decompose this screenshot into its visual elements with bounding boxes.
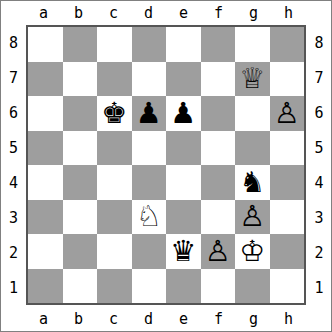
rank-label-6: 6	[306, 95, 332, 130]
square-d8[interactable]	[132, 27, 167, 62]
square-h1[interactable]	[270, 269, 305, 304]
chess-board: ♕♚♟♟♙♞♘♙♛♙♔	[26, 25, 306, 305]
square-f6[interactable]	[201, 96, 236, 131]
square-d7[interactable]	[132, 62, 167, 97]
file-label-e: e	[166, 305, 201, 332]
square-d2[interactable]	[132, 234, 167, 269]
square-f7[interactable]	[201, 62, 236, 97]
square-e7[interactable]	[166, 62, 201, 97]
square-h6[interactable]: ♙	[270, 96, 305, 131]
white-knight-d3[interactable]: ♘	[136, 202, 162, 231]
square-a1[interactable]	[28, 269, 63, 304]
white-king-g2[interactable]: ♔	[239, 237, 265, 266]
black-queen-e2[interactable]: ♛	[170, 237, 196, 266]
file-label-f: f	[201, 305, 236, 332]
rank-label-2: 2	[1, 235, 26, 270]
square-f5[interactable]	[201, 131, 236, 166]
rank-label-5: 5	[306, 130, 332, 165]
square-e1[interactable]	[166, 269, 201, 304]
black-knight-g4[interactable]: ♞	[239, 168, 265, 197]
rank-label-1: 1	[306, 270, 332, 305]
square-e6[interactable]: ♟	[166, 96, 201, 131]
rank-label-4: 4	[306, 165, 332, 200]
file-label-h: h	[271, 305, 306, 332]
square-g4[interactable]: ♞	[235, 165, 270, 200]
square-e4[interactable]	[166, 165, 201, 200]
file-label-b: b	[61, 305, 96, 332]
square-b7[interactable]	[63, 62, 98, 97]
square-h7[interactable]	[270, 62, 305, 97]
file-label-d: d	[131, 1, 166, 25]
white-pawn-h6[interactable]: ♙	[274, 99, 300, 128]
file-label-c: c	[96, 305, 131, 332]
square-h5[interactable]	[270, 131, 305, 166]
file-label-c: c	[96, 1, 131, 25]
square-a2[interactable]	[28, 234, 63, 269]
white-pawn-f2[interactable]: ♙	[205, 237, 231, 266]
rank-labels-right: 87654321	[306, 25, 332, 305]
square-b3[interactable]	[63, 200, 98, 235]
rank-label-3: 3	[306, 200, 332, 235]
square-f8[interactable]	[201, 27, 236, 62]
white-pawn-g3[interactable]: ♙	[239, 202, 265, 231]
square-g8[interactable]	[235, 27, 270, 62]
square-d5[interactable]	[132, 131, 167, 166]
rank-label-7: 7	[1, 60, 26, 95]
square-c8[interactable]	[97, 27, 132, 62]
square-f3[interactable]	[201, 200, 236, 235]
square-g7[interactable]: ♕	[235, 62, 270, 97]
file-label-b: b	[61, 1, 96, 25]
square-b4[interactable]	[63, 165, 98, 200]
rank-label-3: 3	[1, 200, 26, 235]
square-h8[interactable]	[270, 27, 305, 62]
rank-label-1: 1	[1, 270, 26, 305]
square-e5[interactable]	[166, 131, 201, 166]
rank-label-5: 5	[1, 130, 26, 165]
square-c7[interactable]	[97, 62, 132, 97]
square-g1[interactable]	[235, 269, 270, 304]
black-pawn-d6[interactable]: ♟	[136, 99, 162, 128]
chess-diagram: abcdefgh abcdefgh 87654321 87654321 ♕♚♟♟…	[0, 0, 332, 332]
file-labels-bottom: abcdefgh	[26, 305, 306, 332]
square-b5[interactable]	[63, 131, 98, 166]
rank-label-2: 2	[306, 235, 332, 270]
square-a3[interactable]	[28, 200, 63, 235]
square-g3[interactable]: ♙	[235, 200, 270, 235]
rank-label-8: 8	[1, 25, 26, 60]
file-label-h: h	[271, 1, 306, 25]
file-label-d: d	[131, 305, 166, 332]
rank-label-8: 8	[306, 25, 332, 60]
rank-label-6: 6	[1, 95, 26, 130]
square-f1[interactable]	[201, 269, 236, 304]
square-d6[interactable]: ♟	[132, 96, 167, 131]
square-c4[interactable]	[97, 165, 132, 200]
square-a4[interactable]	[28, 165, 63, 200]
rank-labels-left: 87654321	[1, 25, 26, 305]
square-h2[interactable]	[270, 234, 305, 269]
rank-label-7: 7	[306, 60, 332, 95]
black-pawn-e6[interactable]: ♟	[170, 99, 196, 128]
black-king-c6[interactable]: ♚	[101, 99, 127, 128]
square-e8[interactable]	[166, 27, 201, 62]
file-label-a: a	[26, 305, 61, 332]
square-b8[interactable]	[63, 27, 98, 62]
file-label-f: f	[201, 1, 236, 25]
rank-label-4: 4	[1, 165, 26, 200]
file-label-g: g	[236, 305, 271, 332]
square-d4[interactable]	[132, 165, 167, 200]
square-c6[interactable]: ♚	[97, 96, 132, 131]
square-c5[interactable]	[97, 131, 132, 166]
square-a8[interactable]	[28, 27, 63, 62]
file-label-a: a	[26, 1, 61, 25]
square-d3[interactable]: ♘	[132, 200, 167, 235]
square-a6[interactable]	[28, 96, 63, 131]
square-e2[interactable]: ♛	[166, 234, 201, 269]
square-g5[interactable]	[235, 131, 270, 166]
square-c1[interactable]	[97, 269, 132, 304]
square-g6[interactable]	[235, 96, 270, 131]
square-b6[interactable]	[63, 96, 98, 131]
square-h4[interactable]	[270, 165, 305, 200]
square-b2[interactable]	[63, 234, 98, 269]
square-a5[interactable]	[28, 131, 63, 166]
square-g2[interactable]: ♔	[235, 234, 270, 269]
file-label-g: g	[236, 1, 271, 25]
square-c2[interactable]	[97, 234, 132, 269]
white-queen-g7[interactable]: ♕	[239, 64, 265, 93]
file-labels-top: abcdefgh	[26, 1, 306, 25]
square-h3[interactable]	[270, 200, 305, 235]
square-f4[interactable]	[201, 165, 236, 200]
square-c3[interactable]	[97, 200, 132, 235]
square-f2[interactable]: ♙	[201, 234, 236, 269]
square-d1[interactable]	[132, 269, 167, 304]
square-e3[interactable]	[166, 200, 201, 235]
file-label-e: e	[166, 1, 201, 25]
square-a7[interactable]	[28, 62, 63, 97]
square-b1[interactable]	[63, 269, 98, 304]
